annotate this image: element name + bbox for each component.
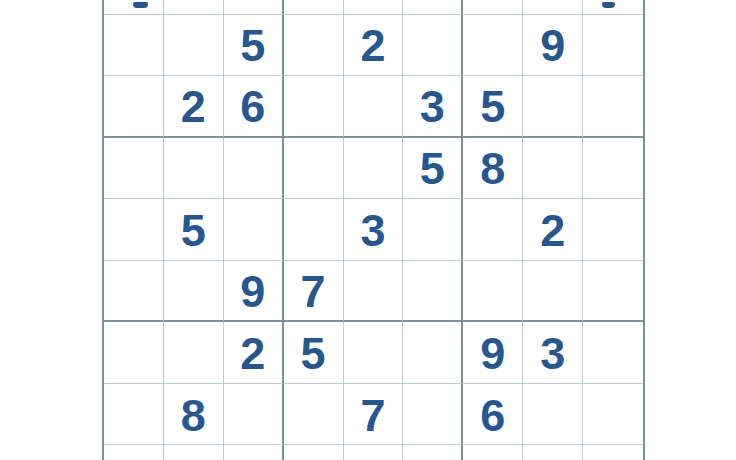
cell-r9c3[interactable]: [224, 445, 284, 460]
cell-r7c2[interactable]: [164, 322, 224, 384]
cell-r4c1[interactable]: [104, 138, 164, 200]
cell-r4c3[interactable]: [224, 138, 284, 200]
cell-r5c4[interactable]: [284, 199, 344, 261]
cell-r8c3[interactable]: [224, 384, 284, 446]
cell-r3c7[interactable]: 5: [463, 76, 523, 138]
cell-r1c4[interactable]: [284, 0, 344, 15]
cell-r4c9[interactable]: [583, 138, 643, 200]
cell-r4c4[interactable]: [284, 138, 344, 200]
sudoku-board: 529263558532972593876: [102, 0, 645, 460]
cell-r5c7[interactable]: [463, 199, 523, 261]
cell-r7c3[interactable]: 2: [224, 322, 284, 384]
cell-r3c5[interactable]: [344, 76, 404, 138]
cell-r5c2[interactable]: 5: [164, 199, 224, 261]
partial-digit-fragment-r1c9: [602, 2, 615, 8]
cell-r5c1[interactable]: [104, 199, 164, 261]
cell-r8c5[interactable]: 7: [344, 384, 404, 446]
cell-r1c6[interactable]: [403, 0, 463, 15]
cell-r8c4[interactable]: [284, 384, 344, 446]
cell-r7c6[interactable]: [403, 322, 463, 384]
cell-r3c3[interactable]: 6: [224, 76, 284, 138]
cell-r6c8[interactable]: [523, 261, 583, 323]
cell-r3c9[interactable]: [583, 76, 643, 138]
cell-r8c8[interactable]: [523, 384, 583, 446]
cell-r8c7[interactable]: 6: [463, 384, 523, 446]
cell-r1c8[interactable]: [523, 0, 583, 15]
cell-r2c6[interactable]: [403, 15, 463, 77]
cell-r4c8[interactable]: [523, 138, 583, 200]
cell-r6c1[interactable]: [104, 261, 164, 323]
partial-digit-fragment-r1c1: [133, 2, 148, 8]
cell-r9c6[interactable]: [403, 445, 463, 460]
cell-r1c3[interactable]: [224, 0, 284, 15]
cell-r1c7[interactable]: [463, 0, 523, 15]
cell-r3c6[interactable]: 3: [403, 76, 463, 138]
cell-r5c8[interactable]: 2: [523, 199, 583, 261]
cell-r9c8[interactable]: [523, 445, 583, 460]
cell-r6c7[interactable]: [463, 261, 523, 323]
cell-r5c9[interactable]: [583, 199, 643, 261]
cell-r2c5[interactable]: 2: [344, 15, 404, 77]
cell-r6c6[interactable]: [403, 261, 463, 323]
cell-r1c5[interactable]: [344, 0, 404, 15]
cell-r4c2[interactable]: [164, 138, 224, 200]
cell-r9c1[interactable]: [104, 445, 164, 460]
cell-r2c1[interactable]: [104, 15, 164, 77]
cell-r4c6[interactable]: 5: [403, 138, 463, 200]
sudoku-page: 529263558532972593876: [0, 0, 736, 460]
cell-r9c4[interactable]: [284, 445, 344, 460]
cell-r6c9[interactable]: [583, 261, 643, 323]
cell-r5c5[interactable]: 3: [344, 199, 404, 261]
cell-r8c1[interactable]: [104, 384, 164, 446]
cell-r6c3[interactable]: 9: [224, 261, 284, 323]
cell-r3c2[interactable]: 2: [164, 76, 224, 138]
cell-r6c4[interactable]: 7: [284, 261, 344, 323]
cell-r5c3[interactable]: [224, 199, 284, 261]
cell-r9c5[interactable]: [344, 445, 404, 460]
cell-r2c3[interactable]: 5: [224, 15, 284, 77]
cell-r6c2[interactable]: [164, 261, 224, 323]
cell-r7c1[interactable]: [104, 322, 164, 384]
cell-r2c8[interactable]: 9: [523, 15, 583, 77]
cell-r2c9[interactable]: [583, 15, 643, 77]
cell-r3c8[interactable]: [523, 76, 583, 138]
cell-r7c8[interactable]: 3: [523, 322, 583, 384]
cell-r3c4[interactable]: [284, 76, 344, 138]
cell-r1c2[interactable]: [164, 0, 224, 15]
cell-r4c5[interactable]: [344, 138, 404, 200]
cell-r4c7[interactable]: 8: [463, 138, 523, 200]
cell-r9c2[interactable]: [164, 445, 224, 460]
cell-r7c5[interactable]: [344, 322, 404, 384]
cell-r6c5[interactable]: [344, 261, 404, 323]
cell-r2c4[interactable]: [284, 15, 344, 77]
cell-r7c7[interactable]: 9: [463, 322, 523, 384]
cell-r2c2[interactable]: [164, 15, 224, 77]
cell-r3c1[interactable]: [104, 76, 164, 138]
cell-r2c7[interactable]: [463, 15, 523, 77]
cell-r9c9[interactable]: [583, 445, 643, 460]
cell-r9c7[interactable]: [463, 445, 523, 460]
cell-r8c2[interactable]: 8: [164, 384, 224, 446]
cell-r8c6[interactable]: [403, 384, 463, 446]
cell-r8c9[interactable]: [583, 384, 643, 446]
cell-r5c6[interactable]: [403, 199, 463, 261]
cell-r7c4[interactable]: 5: [284, 322, 344, 384]
cell-r7c9[interactable]: [583, 322, 643, 384]
